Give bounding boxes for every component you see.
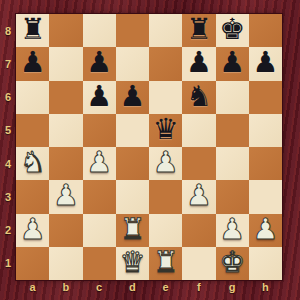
square-b6[interactable]: [49, 81, 82, 114]
square-h5[interactable]: [249, 114, 282, 147]
white-pawn: ♟: [53, 181, 79, 210]
black-queen: ♛: [153, 115, 179, 144]
square-b2[interactable]: [49, 214, 82, 247]
square-c8[interactable]: [83, 14, 116, 47]
square-c6[interactable]: ♟: [83, 81, 116, 114]
rank-label-2: 2: [0, 214, 16, 247]
square-a4[interactable]: ♞: [16, 147, 49, 180]
square-f3[interactable]: ♟: [182, 180, 215, 213]
square-e7[interactable]: [149, 47, 182, 80]
white-pawn: ♟: [20, 215, 46, 244]
square-h3[interactable]: [249, 180, 282, 213]
white-queen: ♛: [119, 248, 145, 277]
square-f7[interactable]: ♟: [182, 47, 215, 80]
white-pawn: ♟: [153, 148, 179, 177]
file-label-e: e: [149, 280, 182, 300]
chess-board: ♜♜♚♟♟♟♟♟♟♟♞♛♞♟♟♟♟♟♜♟♟♛♜♚: [16, 14, 282, 280]
white-rook: ♜: [153, 248, 179, 277]
file-label-b: b: [49, 280, 82, 300]
square-b4[interactable]: [49, 147, 82, 180]
square-e1[interactable]: ♜: [149, 247, 182, 280]
square-g3[interactable]: [216, 180, 249, 213]
black-rook: ♜: [186, 15, 212, 44]
rank-label-4: 4: [0, 147, 16, 180]
square-d1[interactable]: ♛: [116, 247, 149, 280]
black-pawn: ♟: [86, 48, 112, 77]
rank-label-5: 5: [0, 114, 16, 147]
square-a2[interactable]: ♟: [16, 214, 49, 247]
rank-label-1: 1: [0, 247, 16, 280]
file-label-h: h: [249, 280, 282, 300]
square-f5[interactable]: [182, 114, 215, 147]
square-c5[interactable]: [83, 114, 116, 147]
square-h6[interactable]: [249, 81, 282, 114]
square-h2[interactable]: ♟: [249, 214, 282, 247]
square-h7[interactable]: ♟: [249, 47, 282, 80]
black-knight: ♞: [186, 82, 212, 111]
rank-label-6: 6: [0, 81, 16, 114]
square-g5[interactable]: [216, 114, 249, 147]
rank-label-8: 8: [0, 14, 16, 47]
square-b5[interactable]: [49, 114, 82, 147]
black-pawn: ♟: [252, 48, 278, 77]
square-g2[interactable]: ♟: [216, 214, 249, 247]
square-a6[interactable]: [16, 81, 49, 114]
square-e4[interactable]: ♟: [149, 147, 182, 180]
square-d3[interactable]: [116, 180, 149, 213]
square-f8[interactable]: ♜: [182, 14, 215, 47]
square-g6[interactable]: [216, 81, 249, 114]
black-king: ♚: [219, 15, 245, 44]
file-label-a: a: [16, 280, 49, 300]
square-b1[interactable]: [49, 247, 82, 280]
square-d7[interactable]: [116, 47, 149, 80]
square-d8[interactable]: [116, 14, 149, 47]
white-pawn: ♟: [219, 215, 245, 244]
black-rook: ♜: [20, 15, 46, 44]
square-e2[interactable]: [149, 214, 182, 247]
rank-labels: 87654321: [0, 14, 16, 280]
square-g4[interactable]: [216, 147, 249, 180]
square-b8[interactable]: [49, 14, 82, 47]
rank-label-3: 3: [0, 180, 16, 213]
square-a7[interactable]: ♟: [16, 47, 49, 80]
white-king: ♚: [219, 248, 245, 277]
square-g7[interactable]: ♟: [216, 47, 249, 80]
square-g1[interactable]: ♚: [216, 247, 249, 280]
square-b3[interactable]: ♟: [49, 180, 82, 213]
square-f2[interactable]: [182, 214, 215, 247]
square-c4[interactable]: ♟: [83, 147, 116, 180]
square-e3[interactable]: [149, 180, 182, 213]
black-pawn: ♟: [20, 48, 46, 77]
square-h4[interactable]: [249, 147, 282, 180]
file-labels: abcdefgh: [16, 280, 282, 300]
white-knight: ♞: [20, 148, 46, 177]
black-pawn: ♟: [86, 82, 112, 111]
square-g8[interactable]: ♚: [216, 14, 249, 47]
file-label-d: d: [116, 280, 149, 300]
file-label-c: c: [83, 280, 116, 300]
square-c7[interactable]: ♟: [83, 47, 116, 80]
chessboard-frame: ♜♜♚♟♟♟♟♟♟♟♞♛♞♟♟♟♟♟♜♟♟♛♜♚ 87654321 abcdef…: [0, 0, 300, 300]
square-f6[interactable]: ♞: [182, 81, 215, 114]
square-e8[interactable]: [149, 14, 182, 47]
rank-label-7: 7: [0, 47, 16, 80]
black-pawn: ♟: [119, 82, 145, 111]
white-pawn: ♟: [86, 148, 112, 177]
square-d6[interactable]: ♟: [116, 81, 149, 114]
square-d2[interactable]: ♜: [116, 214, 149, 247]
file-label-f: f: [182, 280, 215, 300]
square-a1[interactable]: [16, 247, 49, 280]
square-f1[interactable]: [182, 247, 215, 280]
white-pawn: ♟: [252, 215, 278, 244]
square-d4[interactable]: [116, 147, 149, 180]
square-h8[interactable]: [249, 14, 282, 47]
square-e6[interactable]: [149, 81, 182, 114]
square-f4[interactable]: [182, 147, 215, 180]
square-a3[interactable]: [16, 180, 49, 213]
square-c2[interactable]: [83, 214, 116, 247]
file-label-g: g: [216, 280, 249, 300]
square-a8[interactable]: ♜: [16, 14, 49, 47]
square-h1[interactable]: [249, 247, 282, 280]
square-e5[interactable]: ♛: [149, 114, 182, 147]
white-rook: ♜: [119, 215, 145, 244]
square-a5[interactable]: [16, 114, 49, 147]
square-c1[interactable]: [83, 247, 116, 280]
black-pawn: ♟: [186, 48, 212, 77]
square-d5[interactable]: [116, 114, 149, 147]
white-pawn: ♟: [186, 181, 212, 210]
square-b7[interactable]: [49, 47, 82, 80]
black-pawn: ♟: [219, 48, 245, 77]
square-c3[interactable]: [83, 180, 116, 213]
